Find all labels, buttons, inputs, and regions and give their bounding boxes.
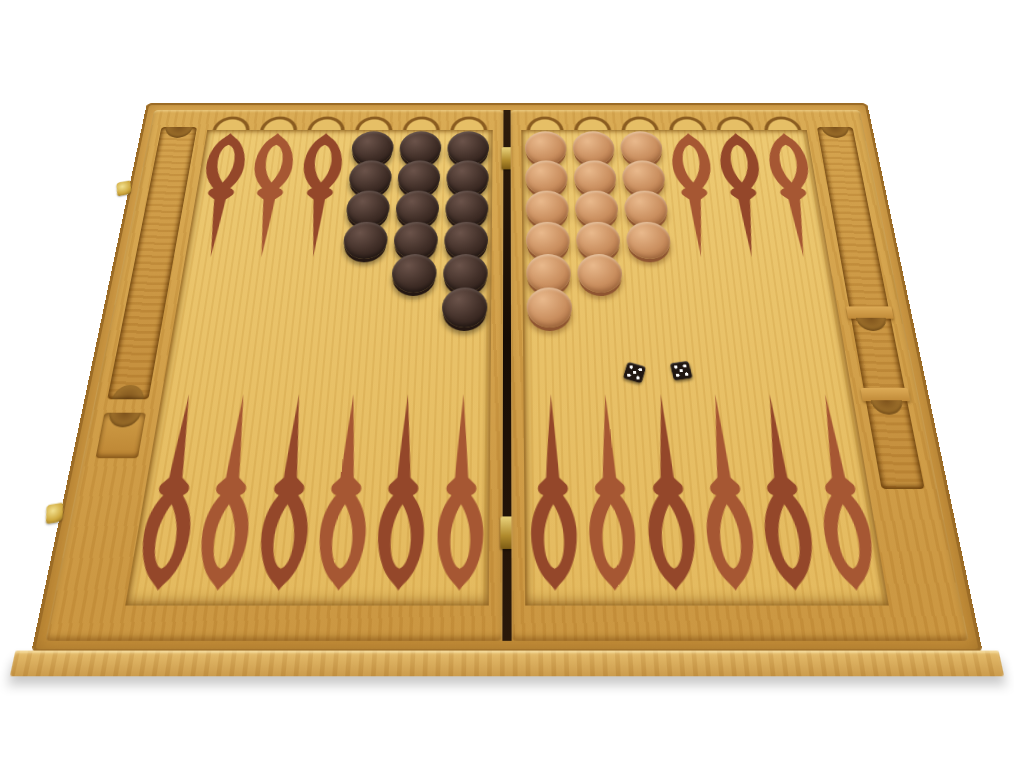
die-1[interactable] [623, 361, 647, 383]
tray-divider [846, 306, 894, 318]
case-front-edge [10, 651, 1004, 677]
light-checker[interactable] [626, 222, 673, 259]
tray-lower-recess-left [95, 413, 146, 458]
checker-cups-right [521, 114, 807, 131]
light-checker[interactable] [577, 254, 623, 293]
tray-scoop-icon [107, 413, 141, 428]
tray-scoop-icon [821, 127, 850, 138]
tray-scoop-icon [164, 127, 193, 138]
tray-divider [860, 388, 910, 401]
tray-scoop-icon [871, 400, 905, 414]
bottom-point[interactable] [431, 392, 489, 597]
bottom-point[interactable] [525, 392, 583, 597]
brass-latch-bottom-icon [46, 502, 63, 524]
board-right-half [511, 110, 969, 641]
photo-scene [0, 0, 1014, 771]
die-2[interactable] [670, 361, 693, 381]
dark-checker[interactable] [391, 254, 437, 293]
brass-latch-top-icon [116, 180, 131, 196]
tray-scoop-icon [112, 385, 145, 399]
checker-cups-left [207, 114, 493, 131]
backgammon-board [31, 103, 983, 653]
light-checker[interactable] [526, 288, 572, 328]
dark-checker[interactable] [342, 222, 389, 259]
bottom-point[interactable] [370, 392, 433, 597]
dark-checker[interactable] [442, 288, 488, 328]
tray-scoop-icon [856, 318, 888, 331]
bottom-point[interactable] [580, 392, 643, 597]
board-left-half [45, 110, 503, 641]
